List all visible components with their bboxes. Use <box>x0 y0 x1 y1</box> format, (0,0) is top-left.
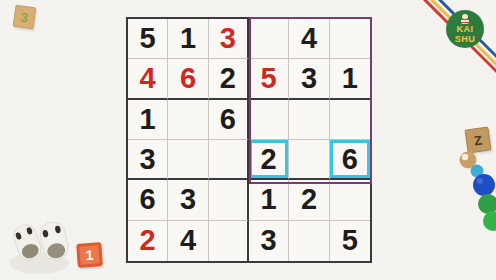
cell-r4c3[interactable] <box>209 140 249 180</box>
digit: 3 <box>180 185 196 214</box>
digit: 5 <box>261 64 277 93</box>
cell-r5c5[interactable]: 2 <box>289 180 329 220</box>
cell-r4c5[interactable] <box>289 140 329 180</box>
digit: 5 <box>140 24 156 53</box>
digit: 4 <box>301 24 317 53</box>
cell-r4c4[interactable]: 2 <box>249 140 289 180</box>
cell-r2c1[interactable]: 4 <box>128 59 168 99</box>
cell-r6c4[interactable]: 3 <box>249 221 289 261</box>
cell-r2c6[interactable]: 1 <box>330 59 370 99</box>
cell-r2c2[interactable]: 6 <box>168 59 208 99</box>
digit: 1 <box>180 24 196 53</box>
cell-r1c1[interactable]: 5 <box>128 19 168 59</box>
cell-r1c5[interactable]: 4 <box>289 19 329 59</box>
cell-r5c6[interactable] <box>330 180 370 220</box>
sudoku-board: 51344625311632663122435 <box>126 17 372 263</box>
digit: 3 <box>220 24 236 53</box>
cell-r3c3[interactable]: 6 <box>209 100 249 140</box>
kaishu-logo: KAI SHU <box>446 10 484 48</box>
cell-r3c5[interactable] <box>289 100 329 140</box>
cell-r2c4[interactable]: 5 <box>249 59 289 99</box>
digit: 3 <box>140 145 156 174</box>
number-block-1: 1 <box>76 242 103 268</box>
cell-r4c2[interactable] <box>168 140 208 180</box>
cell-r6c2[interactable]: 4 <box>168 221 208 261</box>
corner-stripes-icon <box>396 0 496 100</box>
cell-r3c4[interactable] <box>249 100 289 140</box>
cell-r5c1[interactable]: 6 <box>128 180 168 220</box>
video-frame: KAI SHU 51344625311632663122435 3 1 Z <box>0 0 496 280</box>
cell-r1c2[interactable]: 1 <box>168 19 208 59</box>
digit: 1 <box>140 105 156 134</box>
cell-r2c3[interactable]: 2 <box>209 59 249 99</box>
cell-r5c2[interactable]: 3 <box>168 180 208 220</box>
digit: 2 <box>301 185 317 214</box>
number-block-glyph: 1 <box>85 247 94 264</box>
digit: 4 <box>140 64 156 93</box>
mascot-icon <box>461 14 470 24</box>
cell-r5c4[interactable]: 1 <box>249 180 289 220</box>
cell-r6c1[interactable]: 2 <box>128 221 168 261</box>
cell-r1c6[interactable] <box>330 19 370 59</box>
cell-r2c5[interactable]: 3 <box>289 59 329 99</box>
baby-shoes <box>5 205 75 277</box>
cell-r4c1[interactable]: 3 <box>128 140 168 180</box>
digit: 2 <box>220 64 236 93</box>
digit: 6 <box>342 145 358 174</box>
logo-line2: SHU <box>455 35 476 44</box>
digit: 1 <box>342 64 358 93</box>
cell-r6c3[interactable] <box>209 221 249 261</box>
digit: 3 <box>261 226 277 255</box>
digit: 5 <box>342 226 358 255</box>
digit: 6 <box>180 64 196 93</box>
digit: 2 <box>261 145 277 174</box>
cell-r6c6[interactable]: 5 <box>330 221 370 261</box>
wood-tile: 3 <box>13 5 37 30</box>
cell-r3c2[interactable] <box>168 100 208 140</box>
cell-r1c4[interactable] <box>249 19 289 59</box>
cell-r4c6[interactable]: 6 <box>330 140 370 180</box>
cell-r3c1[interactable]: 1 <box>128 100 168 140</box>
digit: 2 <box>140 226 156 255</box>
digit: 6 <box>220 105 236 134</box>
wood-tile-glyph: 3 <box>20 9 29 25</box>
caterpillar-toy <box>455 145 496 240</box>
digit: 6 <box>140 185 156 214</box>
digit: 3 <box>301 64 317 93</box>
cell-r1c3[interactable]: 3 <box>209 19 249 59</box>
cell-r5c3[interactable] <box>209 180 249 220</box>
cell-r6c5[interactable] <box>289 221 329 261</box>
digit: 4 <box>180 226 196 255</box>
digit: 1 <box>261 185 277 214</box>
cell-r3c6[interactable] <box>330 100 370 140</box>
